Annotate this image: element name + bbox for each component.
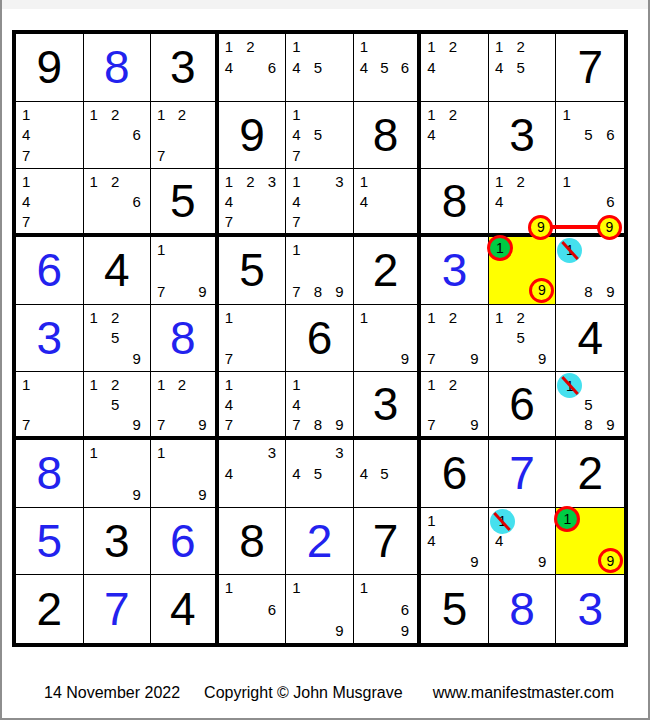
solved-digit: 2 — [286, 508, 353, 575]
candidate-6: 6 — [263, 57, 285, 78]
cell-r4c6: 2 — [354, 237, 422, 305]
candidate-4: 4 — [355, 463, 376, 484]
candidate-6: 6 — [601, 125, 623, 146]
given-digit: 2 — [16, 575, 83, 643]
candidate-4: 4 — [355, 57, 376, 78]
cell-r2c8: 3 — [489, 102, 557, 170]
given-digit: 7 — [556, 34, 624, 101]
pencilmarks: 19 — [84, 440, 151, 507]
candidate-1: 1 — [355, 307, 376, 328]
cell-r1c4: 1246 — [219, 34, 287, 102]
cell-r4c8: 19 — [489, 237, 557, 305]
candidate-4: 4 — [287, 394, 309, 414]
cell-r2c6: 8 — [354, 102, 422, 170]
given-digit: 8 — [219, 508, 286, 575]
candidate-8: 8 — [309, 414, 331, 434]
cell-r6c1: 17 — [16, 372, 84, 440]
candidate-1: 1 — [287, 36, 309, 57]
candidate-7: 7 — [152, 145, 173, 166]
pencilmarks: 12347 — [219, 169, 286, 233]
cell-r7c6: 45 — [354, 440, 422, 508]
candidate-1: 1 — [220, 36, 242, 57]
pencilmarks: 1789 — [286, 237, 353, 304]
given-digit: 9 — [219, 102, 286, 169]
candidate-2: 2 — [444, 374, 466, 394]
candidate-1: 1 — [355, 577, 376, 598]
cell-r5c1: 3 — [16, 305, 84, 373]
pencilmarks: 126 — [84, 169, 151, 233]
candidate-4: 4 — [17, 191, 39, 211]
cell-r6c6: 3 — [354, 372, 422, 440]
pencilmarks: 45 — [354, 440, 418, 507]
solved-digit: 6 — [151, 508, 215, 575]
candidate-7: 7 — [220, 348, 242, 369]
candidate-7: 7 — [422, 414, 444, 434]
candidate-9: 9 — [396, 348, 417, 369]
candidate-1: 1 — [220, 374, 242, 394]
given-digit: 6 — [286, 305, 353, 372]
candidate-7: 7 — [220, 414, 242, 434]
candidate-1: 1 — [152, 442, 173, 463]
candidate-7: 7 — [287, 281, 309, 302]
candidate-5: 5 — [309, 463, 331, 484]
cell-r7c8: 7 — [489, 440, 557, 508]
candidate-1: 1 — [287, 171, 309, 191]
candidate-1: 1 — [490, 307, 512, 328]
given-digit: 2 — [556, 440, 624, 507]
candidate-4: 4 — [422, 531, 444, 552]
candidate-8: 8 — [579, 414, 601, 434]
candidate-4: 4 — [287, 191, 309, 211]
cell-r5c9: 4 — [556, 305, 624, 373]
candidate-9: 9 — [193, 414, 214, 434]
given-digit: 8 — [354, 102, 418, 169]
given-digit: 7 — [354, 508, 418, 575]
cell-r2c5: 1457 — [286, 102, 354, 170]
green-circled-candidate-1: 1 — [487, 235, 513, 261]
cell-r6c3: 1279 — [151, 372, 219, 440]
cell-r1c3: 3 — [151, 34, 219, 102]
candidate-9: 9 — [533, 348, 555, 369]
given-digit: 6 — [421, 440, 488, 507]
candidate-1: 1 — [17, 374, 39, 394]
pencilmarks: 1347 — [286, 169, 353, 233]
candidate-6: 6 — [263, 599, 285, 620]
circled-candidate-9: 9 — [598, 548, 623, 573]
solved-digit: 6 — [16, 237, 83, 304]
cell-r3c5: 1347 — [286, 169, 354, 237]
cell-r6c9: 5891 — [556, 372, 624, 440]
solved-digit: 3 — [16, 305, 83, 372]
cell-r5c8: 1259 — [489, 305, 557, 373]
given-digit: 3 — [489, 102, 556, 169]
candidate-7: 7 — [287, 211, 309, 231]
pencilmarks: 149 — [421, 508, 488, 575]
cell-r2c7: 124 — [421, 102, 489, 170]
cell-r7c9: 2 — [556, 440, 624, 508]
cell-r3c8: 1249 — [489, 169, 557, 237]
cell-r2c1: 147 — [16, 102, 84, 170]
cell-r8c6: 7 — [354, 508, 422, 576]
cell-r8c1: 5 — [16, 508, 84, 576]
candidate-9: 9 — [465, 414, 487, 434]
pencilmarks: 1457 — [286, 102, 353, 169]
given-digit: 2 — [354, 237, 418, 304]
cell-r5c6: 19 — [354, 305, 422, 373]
candidate-4: 4 — [220, 57, 242, 78]
pencilmarks: 126 — [84, 102, 151, 169]
candidate-7: 7 — [287, 145, 309, 166]
candidate-2: 2 — [511, 36, 533, 57]
candidate-1: 1 — [287, 577, 309, 598]
candidate-6: 6 — [601, 191, 623, 211]
cell-r9c2: 7 — [84, 575, 152, 643]
candidate-1: 1 — [422, 307, 444, 328]
candidate-5: 5 — [106, 328, 128, 349]
candidate-1: 1 — [220, 307, 242, 328]
cell-r1c5: 145 — [286, 34, 354, 102]
pencilmarks: 156 — [556, 102, 624, 169]
given-digit: 3 — [84, 508, 151, 575]
candidate-9: 9 — [396, 620, 417, 641]
cell-r6c5: 14789 — [286, 372, 354, 440]
cell-r9c8: 8 — [489, 575, 557, 643]
candidate-1: 1 — [422, 374, 444, 394]
cell-r8c4: 8 — [219, 508, 287, 576]
candidate-2: 2 — [173, 374, 194, 394]
candidate-7: 7 — [17, 414, 39, 434]
cell-r9c4: 16 — [219, 575, 287, 643]
cell-r4c4: 5 — [219, 237, 287, 305]
cell-r6c8: 6 — [489, 372, 557, 440]
candidate-2: 2 — [106, 104, 128, 125]
sudoku-page: 9831246145145612412457147126127914578124… — [0, 0, 650, 720]
candidate-9: 9 — [193, 484, 214, 505]
candidate-2: 2 — [511, 171, 533, 191]
candidate-3: 3 — [263, 442, 285, 463]
candidate-1: 1 — [220, 171, 242, 191]
candidate-8: 8 — [309, 281, 331, 302]
candidate-1: 1 — [287, 239, 309, 260]
cell-r4c7: 3 — [421, 237, 489, 305]
candidate-4: 4 — [490, 191, 512, 211]
solved-digit: 8 — [489, 575, 556, 643]
candidate-2: 2 — [106, 171, 128, 191]
pencilmarks: 1279 — [421, 305, 488, 372]
candidate-1: 1 — [557, 171, 579, 191]
solved-digit: 3 — [421, 237, 488, 304]
candidate-4: 4 — [490, 57, 512, 78]
cell-r3c6: 14 — [354, 169, 422, 237]
candidate-5: 5 — [579, 394, 601, 414]
given-digit: 8 — [421, 169, 488, 233]
candidate-7: 7 — [17, 145, 39, 166]
candidate-4: 4 — [287, 125, 309, 146]
cell-r1c8: 1245 — [489, 34, 557, 102]
candidate-5: 5 — [309, 57, 331, 78]
pencilmarks: 1259 — [84, 305, 151, 372]
cell-r9c5: 19 — [286, 575, 354, 643]
candidate-4: 4 — [355, 191, 376, 211]
pencilmarks: 169 — [354, 575, 418, 643]
solved-digit: 8 — [84, 34, 151, 101]
candidate-1: 1 — [557, 104, 579, 125]
candidate-1: 1 — [287, 374, 309, 394]
pencilmarks: 145 — [286, 34, 353, 101]
cell-r7c1: 8 — [16, 440, 84, 508]
pencilmarks: 1456 — [354, 34, 418, 101]
given-digit: 4 — [84, 237, 151, 304]
cell-r5c3: 8 — [151, 305, 219, 373]
cell-r8c2: 3 — [84, 508, 152, 576]
cell-r8c3: 6 — [151, 508, 219, 576]
candidate-6: 6 — [396, 599, 417, 620]
candidate-5: 5 — [511, 328, 533, 349]
candidate-6: 6 — [128, 125, 150, 146]
cell-r9c7: 5 — [421, 575, 489, 643]
cell-r7c2: 19 — [84, 440, 152, 508]
cell-r5c4: 17 — [219, 305, 287, 373]
cell-r1c2: 8 — [84, 34, 152, 102]
cell-r1c6: 1456 — [354, 34, 422, 102]
cell-r9c9: 3 — [556, 575, 624, 643]
cell-r8c9: 19 — [556, 508, 624, 576]
candidate-9: 9 — [128, 484, 150, 505]
cell-r2c2: 126 — [84, 102, 152, 170]
candidate-6: 6 — [396, 57, 417, 78]
candidate-9: 9 — [330, 620, 352, 641]
candidate-1: 1 — [490, 171, 512, 191]
candidate-1: 1 — [287, 104, 309, 125]
given-digit: 5 — [421, 575, 488, 643]
pencilmarks: 19 — [354, 305, 418, 372]
pencilmarks: 1279 — [151, 372, 215, 436]
pencilmarks: 1279 — [421, 372, 488, 436]
candidate-2: 2 — [173, 104, 194, 125]
given-digit: 4 — [556, 305, 624, 372]
candidate-2: 2 — [511, 307, 533, 328]
candidate-4: 4 — [220, 394, 242, 414]
candidate-6: 6 — [128, 191, 150, 211]
cell-r7c5: 345 — [286, 440, 354, 508]
solved-digit: 8 — [16, 440, 83, 507]
pencilmarks: 14789 — [286, 372, 353, 436]
window-top-band — [2, 0, 648, 9]
eliminated-candidate-1: 1 — [490, 509, 515, 534]
candidate-2: 2 — [241, 171, 263, 191]
candidate-4: 4 — [422, 57, 444, 78]
given-digit: 5 — [219, 237, 286, 304]
candidate-1: 1 — [17, 171, 39, 191]
given-digit: 5 — [151, 169, 215, 233]
pencilmarks: 124 — [421, 102, 488, 169]
candidate-9: 9 — [128, 414, 150, 434]
cell-r1c1: 9 — [16, 34, 84, 102]
cell-r2c9: 156 — [556, 102, 624, 170]
pencilmarks: 17 — [16, 372, 83, 436]
candidate-2: 2 — [106, 307, 128, 328]
candidate-1: 1 — [220, 577, 242, 598]
cell-r1c9: 7 — [556, 34, 624, 102]
candidate-1: 1 — [85, 374, 107, 394]
cell-r6c4: 147 — [219, 372, 287, 440]
candidate-2: 2 — [106, 374, 128, 394]
candidate-7: 7 — [287, 414, 309, 434]
pencilmarks: 14 — [354, 169, 418, 233]
pencilmarks: 147 — [16, 169, 83, 233]
cell-r3c7: 8 — [421, 169, 489, 237]
candidate-9: 9 — [601, 281, 623, 302]
candidate-7: 7 — [220, 211, 242, 231]
solved-digit: 5 — [16, 508, 83, 575]
candidate-2: 2 — [444, 104, 466, 125]
candidate-1: 1 — [85, 171, 107, 191]
candidate-9: 9 — [128, 348, 150, 369]
pencilmarks: 19 — [151, 440, 215, 507]
candidate-9: 9 — [330, 414, 352, 434]
pencilmarks: 124 — [421, 34, 488, 101]
candidate-4: 4 — [490, 531, 512, 552]
candidate-4: 4 — [220, 463, 242, 484]
cell-r9c6: 169 — [354, 575, 422, 643]
given-digit: 3 — [151, 34, 215, 101]
footer-copyright: Copyright © John Musgrave — [204, 684, 403, 702]
given-digit: 4 — [151, 575, 215, 643]
candidate-1: 1 — [85, 307, 107, 328]
candidate-1: 1 — [85, 104, 107, 125]
candidate-1: 1 — [422, 36, 444, 57]
cell-r7c7: 6 — [421, 440, 489, 508]
cell-r4c9: 891 — [556, 237, 624, 305]
candidate-7: 7 — [152, 414, 173, 434]
candidate-7: 7 — [152, 281, 173, 302]
candidate-4: 4 — [422, 125, 444, 146]
candidate-1: 1 — [85, 442, 107, 463]
green-circled-candidate-1: 1 — [554, 506, 580, 532]
candidate-4: 4 — [287, 463, 309, 484]
cell-r6c2: 1259 — [84, 372, 152, 440]
candidate-4: 4 — [220, 191, 242, 211]
candidate-4: 4 — [17, 125, 39, 146]
candidate-2: 2 — [241, 36, 263, 57]
cell-r3c1: 147 — [16, 169, 84, 237]
footer-website: www.manifestmaster.com — [433, 684, 614, 702]
cell-r1c7: 124 — [421, 34, 489, 102]
given-digit: 9 — [16, 34, 83, 101]
candidate-1: 1 — [422, 104, 444, 125]
cell-r5c5: 6 — [286, 305, 354, 373]
cell-r5c7: 1279 — [421, 305, 489, 373]
candidate-9: 9 — [465, 348, 487, 369]
candidate-3: 3 — [263, 171, 285, 191]
candidate-5: 5 — [511, 57, 533, 78]
cell-r5c2: 1259 — [84, 305, 152, 373]
circled-candidate-9: 9 — [597, 215, 622, 240]
cell-r4c3: 179 — [151, 237, 219, 305]
candidate-1: 1 — [490, 36, 512, 57]
candidate-2: 2 — [444, 307, 466, 328]
candidate-2: 2 — [444, 36, 466, 57]
pencilmarks: 1259 — [489, 305, 556, 372]
solved-digit: 7 — [489, 440, 556, 507]
candidate-5: 5 — [309, 125, 331, 146]
candidate-5: 5 — [375, 57, 396, 78]
candidate-1: 1 — [152, 374, 173, 394]
pencilmarks: 1246 — [219, 34, 286, 101]
candidate-5: 5 — [106, 394, 128, 414]
candidate-1: 1 — [152, 104, 173, 125]
pencilmarks: 19 — [286, 575, 353, 643]
candidate-1: 1 — [355, 171, 376, 191]
candidate-7: 7 — [422, 348, 444, 369]
cell-r9c3: 4 — [151, 575, 219, 643]
candidate-1: 1 — [152, 239, 173, 260]
cell-r8c8: 491 — [489, 508, 557, 576]
candidate-9: 9 — [533, 551, 555, 572]
cell-r8c7: 149 — [421, 508, 489, 576]
pencilmarks: 179 — [151, 237, 215, 304]
cell-r4c2: 4 — [84, 237, 152, 305]
pencilmarks: 127 — [151, 102, 215, 169]
pencilmarks: 147 — [219, 372, 286, 436]
footer: 14 November 2022Copyright © John Musgrav… — [44, 684, 614, 702]
solved-digit: 3 — [556, 575, 624, 643]
candidate-4: 4 — [287, 57, 309, 78]
candidate-1: 1 — [422, 510, 444, 531]
cell-r3c3: 5 — [151, 169, 219, 237]
candidate-1: 1 — [355, 36, 376, 57]
sudoku-board: 9831246145145612412457147126127914578124… — [12, 30, 628, 647]
candidate-1: 1 — [17, 104, 39, 125]
cell-r7c4: 34 — [219, 440, 287, 508]
pencilmarks: 345 — [286, 440, 353, 507]
cell-r3c2: 126 — [84, 169, 152, 237]
candidate-5: 5 — [579, 125, 601, 146]
cell-r8c5: 2 — [286, 508, 354, 576]
cell-r9c1: 2 — [16, 575, 84, 643]
given-digit: 6 — [489, 372, 556, 436]
candidate-3: 3 — [330, 442, 352, 463]
cell-r2c4: 9 — [219, 102, 287, 170]
cell-r4c5: 1789 — [286, 237, 354, 305]
pencilmarks: 34 — [219, 440, 286, 507]
circled-candidate-9: 9 — [529, 278, 554, 303]
pencilmarks: 1259 — [84, 372, 151, 436]
pencilmarks: 147 — [16, 102, 83, 169]
cell-r2c3: 127 — [151, 102, 219, 170]
candidate-8: 8 — [579, 281, 601, 302]
candidate-3: 3 — [330, 171, 352, 191]
pencilmarks: 16 — [219, 575, 286, 643]
candidate-9: 9 — [465, 551, 487, 572]
cell-r3c4: 12347 — [219, 169, 287, 237]
given-digit: 3 — [354, 372, 418, 436]
candidate-7: 7 — [17, 211, 39, 231]
candidate-9: 9 — [193, 281, 214, 302]
pencilmarks: 1245 — [489, 34, 556, 101]
cell-r4c1: 6 — [16, 237, 84, 305]
candidate-5: 5 — [375, 463, 396, 484]
solved-digit: 8 — [151, 305, 215, 372]
candidate-9: 9 — [330, 281, 352, 302]
cell-r7c3: 19 — [151, 440, 219, 508]
cell-r6c7: 1279 — [421, 372, 489, 440]
pencilmarks: 17 — [219, 305, 286, 372]
footer-date: 14 November 2022 — [44, 684, 180, 702]
solved-digit: 7 — [84, 575, 151, 643]
candidate-9: 9 — [601, 414, 623, 434]
